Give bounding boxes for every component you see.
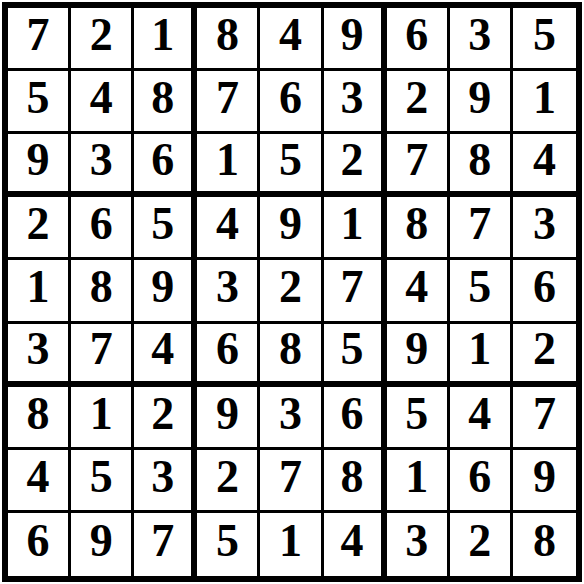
cell-r8c1[interactable]: 4: [8, 450, 71, 513]
cell-r9c8[interactable]: 2: [450, 513, 513, 576]
cell-r4c7[interactable]: 8: [387, 197, 450, 260]
cell-r3c2[interactable]: 3: [71, 134, 134, 197]
cell-r5c1[interactable]: 1: [8, 260, 71, 323]
cell-r5c9[interactable]: 6: [513, 260, 576, 323]
cell-r1c9[interactable]: 5: [513, 8, 576, 71]
cell-r4c4[interactable]: 4: [197, 197, 260, 260]
cell-r2c5[interactable]: 6: [260, 71, 323, 134]
cell-r6c3[interactable]: 4: [134, 324, 197, 387]
cell-r8c8[interactable]: 6: [450, 450, 513, 513]
cell-r6c6[interactable]: 5: [324, 324, 387, 387]
cell-r5c8[interactable]: 5: [450, 260, 513, 323]
cell-r2c8[interactable]: 9: [450, 71, 513, 134]
cell-r3c4[interactable]: 1: [197, 134, 260, 197]
cell-r1c1[interactable]: 7: [8, 8, 71, 71]
cell-r7c3[interactable]: 2: [134, 387, 197, 450]
cell-r5c4[interactable]: 3: [197, 260, 260, 323]
cell-r1c2[interactable]: 2: [71, 8, 134, 71]
cell-r6c9[interactable]: 2: [513, 324, 576, 387]
cell-r6c8[interactable]: 1: [450, 324, 513, 387]
cell-r3c8[interactable]: 8: [450, 134, 513, 197]
cell-r8c7[interactable]: 1: [387, 450, 450, 513]
cell-r8c9[interactable]: 9: [513, 450, 576, 513]
cell-r7c7[interactable]: 5: [387, 387, 450, 450]
cell-r8c3[interactable]: 3: [134, 450, 197, 513]
cell-r7c1[interactable]: 8: [8, 387, 71, 450]
cell-r9c1[interactable]: 6: [8, 513, 71, 576]
cell-r5c3[interactable]: 9: [134, 260, 197, 323]
cell-r4c9[interactable]: 3: [513, 197, 576, 260]
cell-r2c1[interactable]: 5: [8, 71, 71, 134]
cell-r3c6[interactable]: 2: [324, 134, 387, 197]
cell-r4c6[interactable]: 1: [324, 197, 387, 260]
cell-r1c4[interactable]: 8: [197, 8, 260, 71]
cell-r2c4[interactable]: 7: [197, 71, 260, 134]
cell-r5c5[interactable]: 2: [260, 260, 323, 323]
cell-r6c2[interactable]: 7: [71, 324, 134, 387]
cell-r8c2[interactable]: 5: [71, 450, 134, 513]
cell-r2c7[interactable]: 2: [387, 71, 450, 134]
cell-r1c8[interactable]: 3: [450, 8, 513, 71]
cell-r7c8[interactable]: 4: [450, 387, 513, 450]
cell-r1c6[interactable]: 9: [324, 8, 387, 71]
cell-r9c6[interactable]: 4: [324, 513, 387, 576]
cell-r9c3[interactable]: 7: [134, 513, 197, 576]
cell-r1c5[interactable]: 4: [260, 8, 323, 71]
cell-r7c4[interactable]: 9: [197, 387, 260, 450]
cell-r3c5[interactable]: 5: [260, 134, 323, 197]
cell-r6c7[interactable]: 9: [387, 324, 450, 387]
cell-r5c2[interactable]: 8: [71, 260, 134, 323]
cell-r4c3[interactable]: 5: [134, 197, 197, 260]
cell-r9c2[interactable]: 9: [71, 513, 134, 576]
cell-r6c4[interactable]: 6: [197, 324, 260, 387]
cell-r2c9[interactable]: 1: [513, 71, 576, 134]
cell-r6c1[interactable]: 3: [8, 324, 71, 387]
cell-r9c7[interactable]: 3: [387, 513, 450, 576]
sudoku-board: 7218496355487632919361527842654918731893…: [2, 2, 582, 582]
cell-r7c6[interactable]: 6: [324, 387, 387, 450]
cell-r1c7[interactable]: 6: [387, 8, 450, 71]
cell-r3c3[interactable]: 6: [134, 134, 197, 197]
cell-r1c3[interactable]: 1: [134, 8, 197, 71]
cell-r8c4[interactable]: 2: [197, 450, 260, 513]
cell-r4c8[interactable]: 7: [450, 197, 513, 260]
cell-r4c2[interactable]: 6: [71, 197, 134, 260]
cell-r5c7[interactable]: 4: [387, 260, 450, 323]
cell-r2c3[interactable]: 8: [134, 71, 197, 134]
cell-r8c6[interactable]: 8: [324, 450, 387, 513]
cell-r3c1[interactable]: 9: [8, 134, 71, 197]
cell-r9c4[interactable]: 5: [197, 513, 260, 576]
cell-r5c6[interactable]: 7: [324, 260, 387, 323]
cell-r7c2[interactable]: 1: [71, 387, 134, 450]
cell-r2c2[interactable]: 4: [71, 71, 134, 134]
cell-r9c5[interactable]: 1: [260, 513, 323, 576]
cell-r4c5[interactable]: 9: [260, 197, 323, 260]
cell-r4c1[interactable]: 2: [8, 197, 71, 260]
cell-r2c6[interactable]: 3: [324, 71, 387, 134]
cell-r6c5[interactable]: 8: [260, 324, 323, 387]
cell-r7c5[interactable]: 3: [260, 387, 323, 450]
cell-r3c7[interactable]: 7: [387, 134, 450, 197]
cell-r9c9[interactable]: 8: [513, 513, 576, 576]
cell-r8c5[interactable]: 7: [260, 450, 323, 513]
cell-r7c9[interactable]: 7: [513, 387, 576, 450]
cell-r3c9[interactable]: 4: [513, 134, 576, 197]
